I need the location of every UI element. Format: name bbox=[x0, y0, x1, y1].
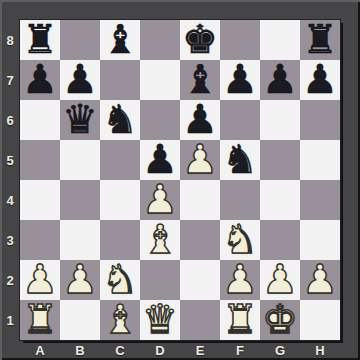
square-f7[interactable]: ♟ bbox=[220, 60, 260, 100]
square-f5[interactable]: ♞ bbox=[220, 140, 260, 180]
square-d1[interactable]: ♛ bbox=[140, 300, 180, 340]
file-label-g: G bbox=[260, 340, 300, 360]
rank-label-8: 8 bbox=[0, 20, 20, 60]
piece-white-rook-f1[interactable]: ♜ bbox=[222, 300, 258, 339]
square-d7[interactable] bbox=[140, 60, 180, 100]
square-f1[interactable]: ♜ bbox=[220, 300, 260, 340]
square-h1[interactable] bbox=[300, 300, 340, 340]
square-c8[interactable]: ♝ bbox=[100, 20, 140, 60]
square-a8[interactable]: ♜ bbox=[20, 20, 60, 60]
square-c1[interactable]: ♝ bbox=[100, 300, 140, 340]
square-e5[interactable]: ♟ bbox=[180, 140, 220, 180]
piece-white-knight-c2[interactable]: ♞ bbox=[102, 260, 138, 299]
square-f4[interactable] bbox=[220, 180, 260, 220]
square-f8[interactable] bbox=[220, 20, 260, 60]
square-c3[interactable] bbox=[100, 220, 140, 260]
square-a4[interactable] bbox=[20, 180, 60, 220]
square-c2[interactable]: ♞ bbox=[100, 260, 140, 300]
piece-white-pawn-e5[interactable]: ♟ bbox=[182, 140, 218, 179]
square-g8[interactable] bbox=[260, 20, 300, 60]
square-g6[interactable] bbox=[260, 100, 300, 140]
piece-white-bishop-d3[interactable]: ♝ bbox=[142, 220, 178, 259]
square-g5[interactable] bbox=[260, 140, 300, 180]
square-d2[interactable] bbox=[140, 260, 180, 300]
square-b1[interactable] bbox=[60, 300, 100, 340]
piece-white-queen-d1[interactable]: ♛ bbox=[142, 300, 178, 339]
square-b3[interactable] bbox=[60, 220, 100, 260]
square-b2[interactable]: ♟ bbox=[60, 260, 100, 300]
square-d5[interactable]: ♟ bbox=[140, 140, 180, 180]
piece-white-pawn-g2[interactable]: ♟ bbox=[262, 260, 298, 299]
square-g2[interactable]: ♟ bbox=[260, 260, 300, 300]
file-label-c: C bbox=[100, 340, 140, 360]
piece-black-pawn-f7[interactable]: ♟ bbox=[222, 60, 258, 99]
square-b8[interactable] bbox=[60, 20, 100, 60]
square-f3[interactable]: ♞ bbox=[220, 220, 260, 260]
square-c6[interactable]: ♞ bbox=[100, 100, 140, 140]
rank-label-7: 7 bbox=[0, 60, 20, 100]
piece-white-bishop-c1[interactable]: ♝ bbox=[102, 300, 138, 339]
square-d8[interactable] bbox=[140, 20, 180, 60]
square-e7[interactable]: ♝ bbox=[180, 60, 220, 100]
square-a3[interactable] bbox=[20, 220, 60, 260]
square-c5[interactable] bbox=[100, 140, 140, 180]
rank-label-1: 1 bbox=[0, 300, 20, 340]
square-h6[interactable] bbox=[300, 100, 340, 140]
piece-black-rook-a8[interactable]: ♜ bbox=[22, 20, 58, 59]
piece-black-knight-c6[interactable]: ♞ bbox=[102, 100, 138, 139]
piece-black-pawn-h7[interactable]: ♟ bbox=[302, 60, 338, 99]
rank-label-4: 4 bbox=[0, 180, 20, 220]
square-b5[interactable] bbox=[60, 140, 100, 180]
square-e6[interactable]: ♟ bbox=[180, 100, 220, 140]
rank-label-3: 3 bbox=[0, 220, 20, 260]
file-label-d: D bbox=[140, 340, 180, 360]
square-d6[interactable] bbox=[140, 100, 180, 140]
rank-label-6: 6 bbox=[0, 100, 20, 140]
square-b6[interactable]: ♛ bbox=[60, 100, 100, 140]
piece-black-pawn-d5[interactable]: ♟ bbox=[142, 140, 178, 179]
square-b4[interactable] bbox=[60, 180, 100, 220]
square-h5[interactable] bbox=[300, 140, 340, 180]
piece-black-rook-h8[interactable]: ♜ bbox=[302, 20, 338, 59]
piece-white-king-g1[interactable]: ♚ bbox=[262, 300, 298, 339]
square-a6[interactable] bbox=[20, 100, 60, 140]
square-d4[interactable]: ♟ bbox=[140, 180, 180, 220]
square-h2[interactable]: ♟ bbox=[300, 260, 340, 300]
piece-white-pawn-d4[interactable]: ♟ bbox=[142, 180, 178, 219]
square-c7[interactable] bbox=[100, 60, 140, 100]
square-h4[interactable] bbox=[300, 180, 340, 220]
piece-white-rook-a1[interactable]: ♜ bbox=[22, 300, 58, 339]
square-h7[interactable]: ♟ bbox=[300, 60, 340, 100]
square-g3[interactable] bbox=[260, 220, 300, 260]
file-label-e: E bbox=[180, 340, 220, 360]
file-label-h: H bbox=[300, 340, 340, 360]
square-a2[interactable]: ♟ bbox=[20, 260, 60, 300]
chess-board: ♜♝♚♜♟♟♝♟♟♟♛♞♟♟♟♞♟♝♞♟♟♞♟♟♟♜♝♛♜♚ bbox=[20, 20, 340, 340]
piece-white-pawn-f2[interactable]: ♟ bbox=[222, 260, 258, 299]
square-f2[interactable]: ♟ bbox=[220, 260, 260, 300]
square-h8[interactable]: ♜ bbox=[300, 20, 340, 60]
square-e1[interactable] bbox=[180, 300, 220, 340]
square-c4[interactable] bbox=[100, 180, 140, 220]
file-label-a: A bbox=[20, 340, 60, 360]
piece-white-knight-f3[interactable]: ♞ bbox=[222, 220, 258, 259]
piece-black-pawn-g7[interactable]: ♟ bbox=[262, 60, 298, 99]
piece-black-bishop-c8[interactable]: ♝ bbox=[102, 20, 138, 59]
board-frame: ♜♝♚♜♟♟♝♟♟♟♛♞♟♟♟♞♟♝♞♟♟♞♟♟♟♜♝♛♜♚ 87654321 … bbox=[0, 0, 360, 360]
piece-black-bishop-e7[interactable]: ♝ bbox=[182, 60, 218, 99]
piece-white-pawn-h2[interactable]: ♟ bbox=[302, 260, 338, 299]
square-e8[interactable]: ♚ bbox=[180, 20, 220, 60]
file-label-b: B bbox=[60, 340, 100, 360]
square-e2[interactable] bbox=[180, 260, 220, 300]
piece-black-pawn-a7[interactable]: ♟ bbox=[22, 60, 58, 99]
square-d3[interactable]: ♝ bbox=[140, 220, 180, 260]
piece-white-pawn-b2[interactable]: ♟ bbox=[62, 260, 98, 299]
piece-white-pawn-a2[interactable]: ♟ bbox=[22, 260, 58, 299]
square-e3[interactable] bbox=[180, 220, 220, 260]
piece-black-pawn-e6[interactable]: ♟ bbox=[182, 100, 218, 139]
piece-black-king-e8[interactable]: ♚ bbox=[182, 20, 218, 59]
square-h3[interactable] bbox=[300, 220, 340, 260]
piece-black-queen-b6[interactable]: ♛ bbox=[62, 100, 98, 139]
square-a7[interactable]: ♟ bbox=[20, 60, 60, 100]
piece-black-knight-f5[interactable]: ♞ bbox=[222, 140, 258, 179]
rank-label-2: 2 bbox=[0, 260, 20, 300]
square-b7[interactable]: ♟ bbox=[60, 60, 100, 100]
square-e4[interactable] bbox=[180, 180, 220, 220]
piece-black-pawn-b7[interactable]: ♟ bbox=[62, 60, 98, 99]
square-a1[interactable]: ♜ bbox=[20, 300, 60, 340]
square-g1[interactable]: ♚ bbox=[260, 300, 300, 340]
square-a5[interactable] bbox=[20, 140, 60, 180]
rank-label-5: 5 bbox=[0, 140, 20, 180]
square-f6[interactable] bbox=[220, 100, 260, 140]
file-label-f: F bbox=[220, 340, 260, 360]
square-g4[interactable] bbox=[260, 180, 300, 220]
square-g7[interactable]: ♟ bbox=[260, 60, 300, 100]
